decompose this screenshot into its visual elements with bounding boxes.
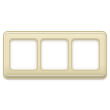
switch-cover-frame [3, 31, 107, 79]
product-photo [0, 0, 110, 110]
frame-opening-3 [72, 39, 99, 70]
frame-opening-2 [41, 39, 68, 70]
frame-opening-1 [10, 39, 37, 70]
